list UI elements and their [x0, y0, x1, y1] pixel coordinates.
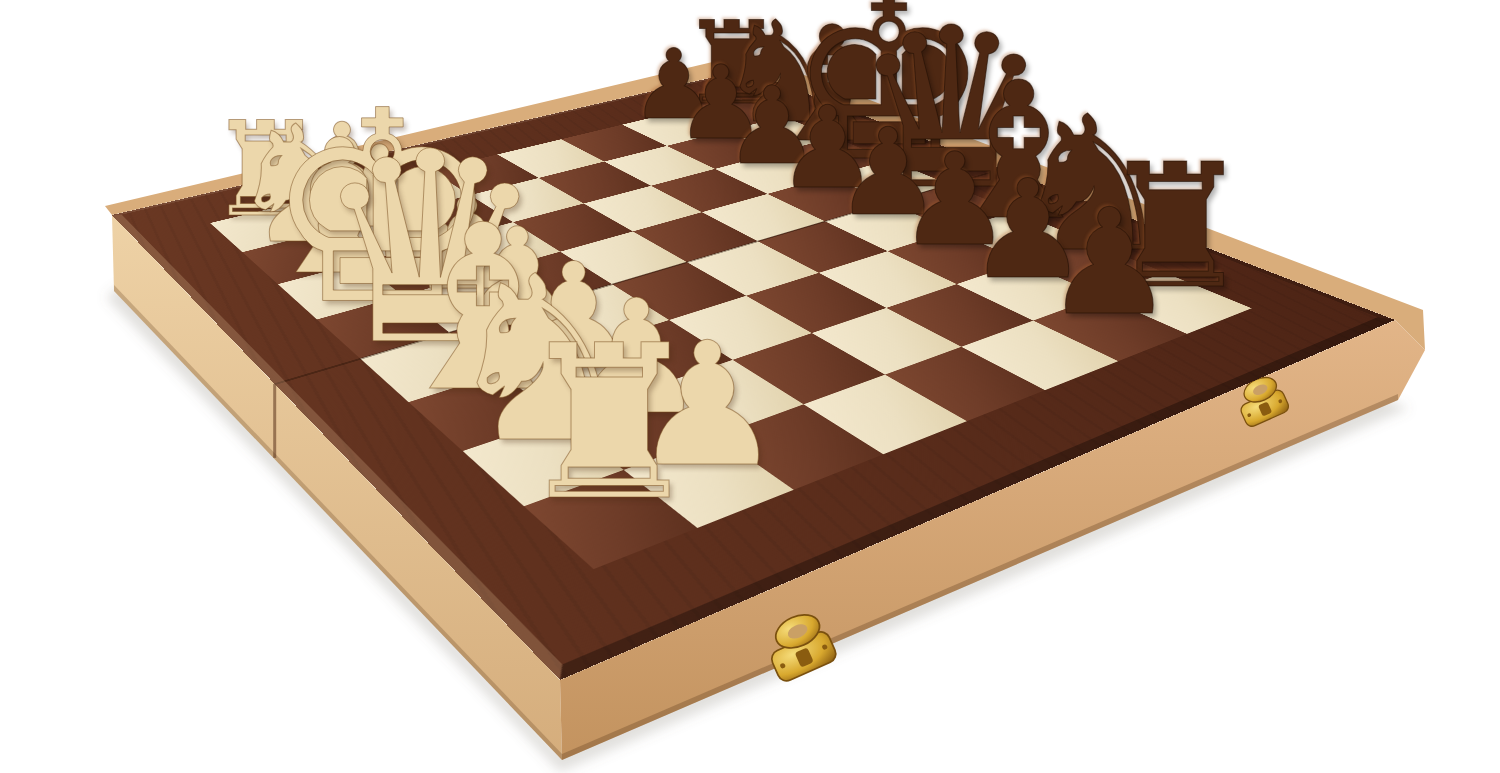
- fold-seam-side: [273, 384, 276, 458]
- chess-set-photo: ♜♞♝♛♚♝♞♜♟♟♟♟♟♟♟♟♟♟♟♟♟♟♟♟♜♞♝♛♚♝♞♜: [0, 0, 1500, 773]
- piece-white-rook-a1[interactable]: ♜: [514, 317, 705, 530]
- piece-black-pawn-a7[interactable]: ♟: [1044, 190, 1175, 336]
